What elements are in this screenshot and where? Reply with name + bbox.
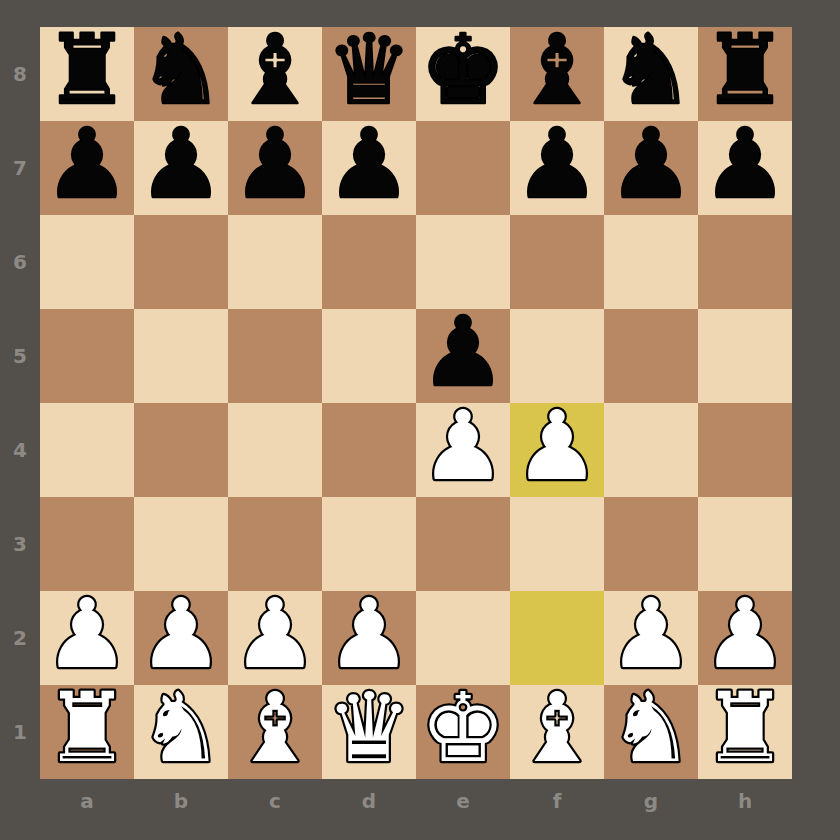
black-pawn[interactable]: ♟	[604, 121, 698, 215]
square-d5[interactable]	[322, 309, 416, 403]
svg-text:♟: ♟	[420, 403, 506, 497]
square-g7[interactable]: ♟	[604, 121, 698, 215]
square-a8[interactable]: ♜	[40, 27, 134, 121]
square-a6[interactable]	[40, 215, 134, 309]
square-d2[interactable]: ♟	[322, 591, 416, 685]
square-b6[interactable]	[134, 215, 228, 309]
square-c7[interactable]: ♟	[228, 121, 322, 215]
square-d1[interactable]: ♛	[322, 685, 416, 779]
square-e1[interactable]: ♚	[416, 685, 510, 779]
svg-text:♜: ♜	[44, 685, 130, 779]
square-e7[interactable]	[416, 121, 510, 215]
svg-text:♞: ♞	[138, 685, 224, 779]
black-rook[interactable]: ♜	[40, 27, 134, 121]
square-c4[interactable]	[228, 403, 322, 497]
rank-label-6: 6	[0, 215, 40, 309]
svg-text:♟: ♟	[326, 121, 412, 215]
svg-text:♟: ♟	[44, 121, 130, 215]
square-b2[interactable]: ♟	[134, 591, 228, 685]
square-f5[interactable]	[510, 309, 604, 403]
white-king[interactable]: ♚	[416, 685, 510, 779]
svg-text:♚: ♚	[420, 685, 506, 779]
square-c5[interactable]	[228, 309, 322, 403]
svg-text:♝: ♝	[514, 685, 600, 779]
square-a3[interactable]	[40, 497, 134, 591]
square-e2[interactable]	[416, 591, 510, 685]
svg-text:♟: ♟	[232, 591, 318, 685]
square-e3[interactable]	[416, 497, 510, 591]
svg-text:♜: ♜	[44, 27, 130, 121]
square-g8[interactable]: ♞	[604, 27, 698, 121]
rank-labels: 8 7 6 5 4 3 2 1	[0, 27, 40, 779]
square-g3[interactable]	[604, 497, 698, 591]
file-label-d: d	[322, 779, 416, 823]
white-knight[interactable]: ♞	[134, 685, 228, 779]
square-a4[interactable]	[40, 403, 134, 497]
square-g4[interactable]	[604, 403, 698, 497]
square-f7[interactable]: ♟	[510, 121, 604, 215]
white-rook[interactable]: ♜	[698, 685, 792, 779]
svg-text:♟: ♟	[420, 309, 506, 403]
square-h2[interactable]: ♟	[698, 591, 792, 685]
svg-text:♟: ♟	[138, 121, 224, 215]
square-f8[interactable]: ♝	[510, 27, 604, 121]
square-d3[interactable]	[322, 497, 416, 591]
square-h5[interactable]	[698, 309, 792, 403]
square-h1[interactable]: ♜	[698, 685, 792, 779]
rank-label-1: 1	[0, 685, 40, 779]
rank-label-3: 3	[0, 497, 40, 591]
white-knight[interactable]: ♞	[604, 685, 698, 779]
square-a1[interactable]: ♜	[40, 685, 134, 779]
black-pawn[interactable]: ♟	[228, 121, 322, 215]
file-label-g: g	[604, 779, 698, 823]
white-rook[interactable]: ♜	[40, 685, 134, 779]
square-d8[interactable]: ♛	[322, 27, 416, 121]
svg-text:♞: ♞	[608, 685, 694, 779]
black-pawn[interactable]: ♟	[40, 121, 134, 215]
white-pawn[interactable]: ♟	[698, 591, 792, 685]
square-c1[interactable]: ♝	[228, 685, 322, 779]
file-labels: a b c d e f g h	[40, 779, 792, 823]
black-knight[interactable]: ♞	[604, 27, 698, 121]
black-knight[interactable]: ♞	[134, 27, 228, 121]
white-pawn[interactable]: ♟	[134, 591, 228, 685]
square-e6[interactable]	[416, 215, 510, 309]
black-bishop[interactable]: ♝	[228, 27, 322, 121]
svg-text:♝: ♝	[514, 27, 600, 121]
white-pawn[interactable]: ♟	[228, 591, 322, 685]
svg-text:♟: ♟	[44, 591, 130, 685]
file-label-h: h	[698, 779, 792, 823]
black-pawn[interactable]: ♟	[134, 121, 228, 215]
square-b5[interactable]	[134, 309, 228, 403]
chess-app: 8 7 6 5 4 3 2 1 ♜♞♝♛♚♝♞♜♟♟♟♟♟♟♟♟♟♟♟♟♟♟♟♟…	[0, 0, 840, 840]
square-c6[interactable]	[228, 215, 322, 309]
square-h6[interactable]	[698, 215, 792, 309]
square-h8[interactable]: ♜	[698, 27, 792, 121]
square-c8[interactable]: ♝	[228, 27, 322, 121]
square-b7[interactable]: ♟	[134, 121, 228, 215]
svg-text:♛: ♛	[326, 27, 412, 121]
file-label-b: b	[134, 779, 228, 823]
rank-label-7: 7	[0, 121, 40, 215]
square-g5[interactable]	[604, 309, 698, 403]
svg-text:♞: ♞	[608, 27, 694, 121]
black-king[interactable]: ♚	[416, 27, 510, 121]
file-label-f: f	[510, 779, 604, 823]
square-d4[interactable]	[322, 403, 416, 497]
square-f1[interactable]: ♝	[510, 685, 604, 779]
file-label-c: c	[228, 779, 322, 823]
svg-text:♚: ♚	[420, 27, 506, 121]
square-g2[interactable]: ♟	[604, 591, 698, 685]
square-g6[interactable]	[604, 215, 698, 309]
svg-text:♟: ♟	[232, 121, 318, 215]
square-h7[interactable]: ♟	[698, 121, 792, 215]
white-pawn[interactable]: ♟	[416, 403, 510, 497]
square-f2[interactable]	[510, 591, 604, 685]
square-b4[interactable]	[134, 403, 228, 497]
file-label-a: a	[40, 779, 134, 823]
square-g1[interactable]: ♞	[604, 685, 698, 779]
svg-text:♝: ♝	[232, 685, 318, 779]
square-f4[interactable]: ♟	[510, 403, 604, 497]
black-bishop[interactable]: ♝	[510, 27, 604, 121]
white-pawn[interactable]: ♟	[604, 591, 698, 685]
white-pawn[interactable]: ♟	[510, 403, 604, 497]
square-h3[interactable]	[698, 497, 792, 591]
square-f3[interactable]	[510, 497, 604, 591]
square-b3[interactable]	[134, 497, 228, 591]
square-e4[interactable]: ♟	[416, 403, 510, 497]
chess-board: ♜♞♝♛♚♝♞♜♟♟♟♟♟♟♟♟♟♟♟♟♟♟♟♟♜♞♝♛♚♝♞♜	[40, 27, 792, 779]
black-queen[interactable]: ♛	[322, 27, 416, 121]
square-a2[interactable]: ♟	[40, 591, 134, 685]
square-b1[interactable]: ♞	[134, 685, 228, 779]
black-pawn[interactable]: ♟	[698, 121, 792, 215]
svg-text:♟: ♟	[702, 591, 788, 685]
square-e5[interactable]: ♟	[416, 309, 510, 403]
svg-text:♟: ♟	[514, 403, 600, 497]
svg-text:♟: ♟	[138, 591, 224, 685]
svg-text:♟: ♟	[608, 121, 694, 215]
square-a5[interactable]	[40, 309, 134, 403]
svg-text:♞: ♞	[138, 27, 224, 121]
square-b8[interactable]: ♞	[134, 27, 228, 121]
rank-label-4: 4	[0, 403, 40, 497]
svg-text:♜: ♜	[702, 27, 788, 121]
rank-label-5: 5	[0, 309, 40, 403]
square-f6[interactable]	[510, 215, 604, 309]
square-d7[interactable]: ♟	[322, 121, 416, 215]
white-pawn[interactable]: ♟	[322, 591, 416, 685]
rank-label-2: 2	[0, 591, 40, 685]
square-c3[interactable]	[228, 497, 322, 591]
file-label-e: e	[416, 779, 510, 823]
square-c2[interactable]: ♟	[228, 591, 322, 685]
black-rook[interactable]: ♜	[698, 27, 792, 121]
white-pawn[interactable]: ♟	[40, 591, 134, 685]
square-h4[interactable]	[698, 403, 792, 497]
black-pawn[interactable]: ♟	[416, 309, 510, 403]
black-pawn[interactable]: ♟	[322, 121, 416, 215]
rank-label-8: 8	[0, 27, 40, 121]
svg-text:♟: ♟	[514, 121, 600, 215]
svg-text:♟: ♟	[608, 591, 694, 685]
svg-text:♛: ♛	[326, 685, 412, 779]
square-a7[interactable]: ♟	[40, 121, 134, 215]
white-queen[interactable]: ♛	[322, 685, 416, 779]
svg-text:♝: ♝	[232, 27, 318, 121]
black-pawn[interactable]: ♟	[510, 121, 604, 215]
square-d6[interactable]	[322, 215, 416, 309]
svg-text:♟: ♟	[326, 591, 412, 685]
white-bishop[interactable]: ♝	[228, 685, 322, 779]
svg-text:♟: ♟	[702, 121, 788, 215]
square-e8[interactable]: ♚	[416, 27, 510, 121]
white-bishop[interactable]: ♝	[510, 685, 604, 779]
svg-text:♜: ♜	[702, 685, 788, 779]
